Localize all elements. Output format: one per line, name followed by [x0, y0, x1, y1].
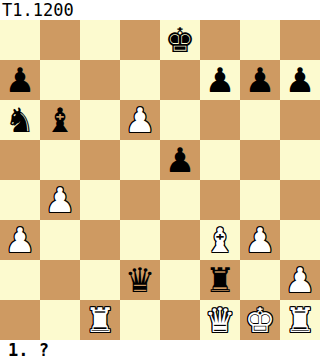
square-c7[interactable] — [80, 60, 120, 100]
square-a8[interactable] — [0, 20, 40, 60]
square-h2[interactable]: ♟ — [280, 260, 320, 300]
square-b2[interactable] — [40, 260, 80, 300]
chess-board: ♚♟♟♟♟♞♝♟♟♟♟♝♟♛♜♟♜♛♚♜ — [0, 20, 320, 340]
square-e7[interactable] — [160, 60, 200, 100]
square-g4[interactable] — [240, 180, 280, 220]
square-h4[interactable] — [280, 180, 320, 220]
square-f7[interactable]: ♟ — [200, 60, 240, 100]
square-g2[interactable] — [240, 260, 280, 300]
square-d2[interactable]: ♛ — [120, 260, 160, 300]
square-f3[interactable]: ♝ — [200, 220, 240, 260]
square-e1[interactable] — [160, 300, 200, 340]
square-g8[interactable] — [240, 20, 280, 60]
square-c2[interactable] — [80, 260, 120, 300]
square-d4[interactable] — [120, 180, 160, 220]
square-h8[interactable] — [280, 20, 320, 60]
piece-white-rook[interactable]: ♜ — [285, 300, 315, 340]
square-a3[interactable]: ♟ — [0, 220, 40, 260]
square-c6[interactable] — [80, 100, 120, 140]
square-f6[interactable] — [200, 100, 240, 140]
square-c5[interactable] — [80, 140, 120, 180]
piece-white-rook[interactable]: ♜ — [85, 300, 115, 340]
square-c8[interactable] — [80, 20, 120, 60]
status-bar: 1. ? — [0, 340, 320, 360]
piece-white-queen[interactable]: ♛ — [205, 300, 235, 340]
square-b1[interactable] — [40, 300, 80, 340]
square-h3[interactable] — [280, 220, 320, 260]
square-a2[interactable] — [0, 260, 40, 300]
square-h1[interactable]: ♜ — [280, 300, 320, 340]
piece-black-bishop[interactable]: ♝ — [45, 100, 75, 140]
square-a1[interactable] — [0, 300, 40, 340]
piece-black-rook[interactable]: ♜ — [205, 260, 235, 300]
square-a6[interactable]: ♞ — [0, 100, 40, 140]
square-e6[interactable] — [160, 100, 200, 140]
square-g7[interactable]: ♟ — [240, 60, 280, 100]
square-f1[interactable]: ♛ — [200, 300, 240, 340]
square-f5[interactable] — [200, 140, 240, 180]
piece-white-pawn[interactable]: ♟ — [245, 220, 275, 260]
square-a4[interactable] — [0, 180, 40, 220]
title-bar: T1.1200 — [0, 0, 320, 20]
piece-black-queen[interactable]: ♛ — [125, 260, 155, 300]
piece-black-pawn[interactable]: ♟ — [165, 140, 195, 180]
square-b3[interactable] — [40, 220, 80, 260]
square-h6[interactable] — [280, 100, 320, 140]
square-g3[interactable]: ♟ — [240, 220, 280, 260]
piece-white-pawn[interactable]: ♟ — [5, 220, 35, 260]
square-e3[interactable] — [160, 220, 200, 260]
square-d8[interactable] — [120, 20, 160, 60]
square-g1[interactable]: ♚ — [240, 300, 280, 340]
piece-white-pawn[interactable]: ♟ — [125, 100, 155, 140]
piece-black-pawn[interactable]: ♟ — [205, 60, 235, 100]
square-h7[interactable]: ♟ — [280, 60, 320, 100]
piece-black-pawn[interactable]: ♟ — [285, 60, 315, 100]
square-d6[interactable]: ♟ — [120, 100, 160, 140]
square-d1[interactable] — [120, 300, 160, 340]
square-b5[interactable] — [40, 140, 80, 180]
piece-white-bishop[interactable]: ♝ — [205, 220, 235, 260]
square-c1[interactable]: ♜ — [80, 300, 120, 340]
window-title: T1.1200 — [0, 0, 74, 20]
square-d3[interactable] — [120, 220, 160, 260]
square-h5[interactable] — [280, 140, 320, 180]
square-b7[interactable] — [40, 60, 80, 100]
square-b8[interactable] — [40, 20, 80, 60]
square-f8[interactable] — [200, 20, 240, 60]
piece-white-pawn[interactable]: ♟ — [45, 180, 75, 220]
piece-black-pawn[interactable]: ♟ — [245, 60, 275, 100]
square-e8[interactable]: ♚ — [160, 20, 200, 60]
square-e2[interactable] — [160, 260, 200, 300]
square-f4[interactable] — [200, 180, 240, 220]
square-a7[interactable]: ♟ — [0, 60, 40, 100]
square-e4[interactable] — [160, 180, 200, 220]
piece-black-knight[interactable]: ♞ — [5, 100, 35, 140]
square-c3[interactable] — [80, 220, 120, 260]
piece-black-king[interactable]: ♚ — [165, 20, 195, 60]
square-g6[interactable] — [240, 100, 280, 140]
square-d7[interactable] — [120, 60, 160, 100]
square-d5[interactable] — [120, 140, 160, 180]
piece-white-pawn[interactable]: ♟ — [285, 260, 315, 300]
square-b6[interactable]: ♝ — [40, 100, 80, 140]
piece-black-pawn[interactable]: ♟ — [5, 60, 35, 100]
square-g5[interactable] — [240, 140, 280, 180]
square-f2[interactable]: ♜ — [200, 260, 240, 300]
square-b4[interactable]: ♟ — [40, 180, 80, 220]
piece-white-king[interactable]: ♚ — [245, 300, 275, 340]
square-a5[interactable] — [0, 140, 40, 180]
move-prompt: 1. ? — [0, 340, 49, 360]
square-c4[interactable] — [80, 180, 120, 220]
square-e5[interactable]: ♟ — [160, 140, 200, 180]
